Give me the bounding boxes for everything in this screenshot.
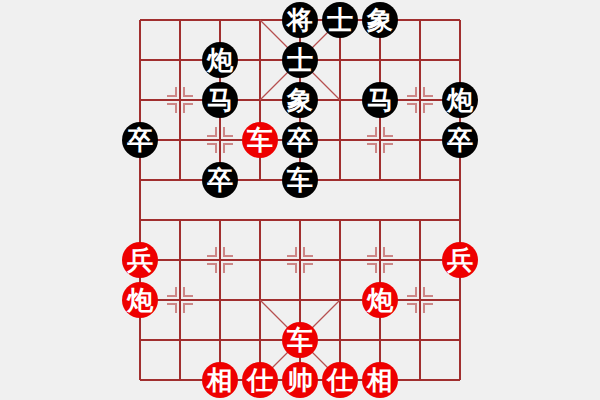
piece-red-elephant[interactable]: 相 bbox=[362, 362, 398, 398]
piece-black-chariot[interactable]: 车 bbox=[282, 162, 318, 198]
piece-black-elephant[interactable]: 象 bbox=[362, 2, 398, 38]
piece-black-horse[interactable]: 马 bbox=[202, 82, 238, 118]
xiangqi-app: 将士象炮士马象马炮卒车卒卒卒车兵兵炮炮车相仕帅仕相 bbox=[0, 0, 600, 400]
piece-black-cannon[interactable]: 炮 bbox=[202, 42, 238, 78]
piece-red-advisor[interactable]: 仕 bbox=[322, 362, 358, 398]
piece-red-soldier[interactable]: 兵 bbox=[442, 242, 478, 278]
piece-black-advisor[interactable]: 士 bbox=[282, 42, 318, 78]
piece-black-soldier[interactable]: 卒 bbox=[282, 122, 318, 158]
piece-red-chariot[interactable]: 车 bbox=[242, 122, 278, 158]
piece-black-elephant[interactable]: 象 bbox=[282, 82, 318, 118]
piece-black-general[interactable]: 将 bbox=[282, 2, 318, 38]
piece-red-general[interactable]: 帅 bbox=[282, 362, 318, 398]
piece-red-cannon[interactable]: 炮 bbox=[362, 282, 398, 318]
piece-black-soldier[interactable]: 卒 bbox=[442, 122, 478, 158]
piece-red-chariot[interactable]: 车 bbox=[282, 322, 318, 358]
piece-black-cannon[interactable]: 炮 bbox=[442, 82, 478, 118]
board[interactable]: 将士象炮士马象马炮卒车卒卒卒车兵兵炮炮车相仕帅仕相 bbox=[120, 0, 480, 400]
piece-black-advisor[interactable]: 士 bbox=[322, 2, 358, 38]
piece-red-elephant[interactable]: 相 bbox=[202, 362, 238, 398]
piece-black-horse[interactable]: 马 bbox=[362, 82, 398, 118]
piece-red-cannon[interactable]: 炮 bbox=[122, 282, 158, 318]
piece-black-soldier[interactable]: 卒 bbox=[202, 162, 238, 198]
piece-red-soldier[interactable]: 兵 bbox=[122, 242, 158, 278]
piece-red-advisor[interactable]: 仕 bbox=[242, 362, 278, 398]
piece-black-soldier[interactable]: 卒 bbox=[122, 122, 158, 158]
